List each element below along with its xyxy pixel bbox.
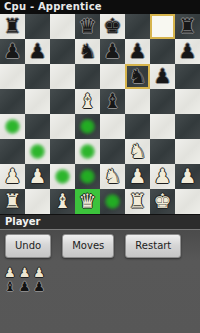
captured-black-bishop-icon: ♝ [4,279,16,294]
square-c4[interactable] [50,114,75,139]
title-bar: Cpu - Apprentice [0,0,200,14]
square-g4[interactable] [150,114,175,139]
square-a6[interactable] [0,64,25,89]
square-e8[interactable]: ♚ [100,14,125,39]
square-g2[interactable]: ♟ [150,164,175,189]
black-pawn-icon[interactable]: ♟ [0,39,25,64]
square-e4[interactable] [100,114,125,139]
square-a1[interactable]: ♜ [0,189,25,214]
square-g8[interactable] [150,14,175,39]
captured-white-pawn-icon: ♟ [4,265,16,280]
square-f5[interactable] [125,89,150,114]
square-g5[interactable] [150,89,175,114]
white-pawn-icon[interactable]: ♟ [150,164,175,189]
square-a2[interactable]: ♟ [0,164,25,189]
square-d2[interactable] [75,164,100,189]
square-e5[interactable]: ♝ [100,89,125,114]
white-rook-icon[interactable]: ♜ [0,189,25,214]
control-panel: Undo Moves Restart ♟♟♟ ♝♟♟ [0,230,200,333]
black-rook-icon[interactable]: ♜ [175,14,200,39]
square-d7[interactable]: ♞ [75,39,100,64]
square-d6[interactable] [75,64,100,89]
square-h6[interactable] [175,64,200,89]
player-label: Player [5,216,40,227]
square-a3[interactable] [0,139,25,164]
square-a5[interactable] [0,89,25,114]
captured-white-pawn-icon: ♟ [33,265,45,280]
square-d5[interactable]: ♝ [75,89,100,114]
captured-white-pieces-tray: ♟♟♟ [4,265,200,279]
white-pawn-icon[interactable]: ♟ [0,164,25,189]
legal-move-dot [54,168,71,185]
square-f6[interactable]: ♞ [125,64,150,89]
square-g1[interactable]: ♚ [150,189,175,214]
square-f7[interactable]: ♟ [125,39,150,64]
legal-move-dot [29,143,46,160]
square-h7[interactable]: ♟ [175,39,200,64]
captured-black-pieces-tray: ♝♟♟ [4,279,200,293]
white-knight-icon[interactable]: ♞ [100,164,125,189]
square-e7[interactable]: ♟ [100,39,125,64]
square-d8[interactable]: ♛ [75,14,100,39]
square-a8[interactable]: ♜ [0,14,25,39]
restart-button[interactable]: Restart [125,234,181,258]
square-c8[interactable] [50,14,75,39]
square-h1[interactable] [175,189,200,214]
square-h3[interactable] [175,139,200,164]
captured-black-pawn-icon: ♟ [19,279,31,294]
square-b1[interactable] [25,189,50,214]
white-king-icon[interactable]: ♚ [150,189,175,214]
square-g7[interactable] [150,39,175,64]
square-c2[interactable] [50,164,75,189]
white-rook-icon[interactable]: ♜ [125,189,150,214]
square-c7[interactable] [50,39,75,64]
square-b4[interactable] [25,114,50,139]
square-f4[interactable] [125,114,150,139]
player-bar: Player [0,215,200,230]
black-pawn-icon[interactable]: ♟ [125,39,150,64]
square-h4[interactable] [175,114,200,139]
square-b5[interactable] [25,89,50,114]
square-e3[interactable] [100,139,125,164]
black-bishop-icon[interactable]: ♝ [100,89,125,114]
square-c1[interactable]: ♝ [50,189,75,214]
square-d1[interactable]: ♛ [75,189,100,214]
black-queen-icon[interactable]: ♛ [75,14,100,39]
square-c3[interactable] [50,139,75,164]
black-pawn-icon[interactable]: ♟ [150,64,175,89]
square-b6[interactable] [25,64,50,89]
button-row: Undo Moves Restart [0,230,200,258]
white-queen-icon[interactable]: ♛ [75,189,100,214]
square-e1[interactable] [100,189,125,214]
undo-button[interactable]: Undo [5,234,51,258]
square-e6[interactable] [100,64,125,89]
square-d4[interactable] [75,114,100,139]
square-e2[interactable]: ♞ [100,164,125,189]
square-a4[interactable] [0,114,25,139]
square-c5[interactable] [50,89,75,114]
black-pawn-icon[interactable]: ♟ [100,39,125,64]
square-d3[interactable] [75,139,100,164]
white-pawn-icon[interactable]: ♟ [125,164,150,189]
square-g3[interactable] [150,139,175,164]
legal-move-dot [79,168,96,185]
white-pawn-icon[interactable]: ♟ [175,164,200,189]
square-f8[interactable] [125,14,150,39]
square-g6[interactable]: ♟ [150,64,175,89]
black-rook-icon[interactable]: ♜ [0,14,25,39]
square-f3[interactable]: ♞ [125,139,150,164]
square-c6[interactable] [50,64,75,89]
square-b2[interactable]: ♟ [25,164,50,189]
square-h8[interactable]: ♜ [175,14,200,39]
square-a7[interactable]: ♟ [0,39,25,64]
square-b3[interactable] [25,139,50,164]
square-b7[interactable]: ♟ [25,39,50,64]
captured-black-pawn-icon: ♟ [33,279,45,294]
moves-button[interactable]: Moves [62,234,114,258]
white-bishop-icon[interactable]: ♝ [75,89,100,114]
black-pawn-icon[interactable]: ♟ [25,39,50,64]
black-knight-icon[interactable]: ♞ [75,39,100,64]
square-b8[interactable] [25,14,50,39]
white-pawn-icon[interactable]: ♟ [25,164,50,189]
black-pawn-icon[interactable]: ♟ [175,39,200,64]
app-title: Cpu - Apprentice [4,1,102,12]
captured-white-pawn-icon: ♟ [19,265,31,280]
legal-move-dot [79,118,96,135]
legal-move-dot [4,118,21,135]
legal-move-dot [104,193,121,210]
white-bishop-icon[interactable]: ♝ [50,189,75,214]
white-knight-icon[interactable]: ♞ [125,139,150,164]
black-knight-icon[interactable]: ♞ [125,64,150,89]
chess-app-window: Cpu - Apprentice ♜♛♚♜♟♟♞♟♟♟♞♟♝♝♞♟♟♞♟♟♟♜♝… [0,0,200,333]
square-h2[interactable]: ♟ [175,164,200,189]
black-king-icon[interactable]: ♚ [100,14,125,39]
chess-board: ♜♛♚♜♟♟♞♟♟♟♞♟♝♝♞♟♟♞♟♟♟♜♝♛♜♚ [0,14,200,215]
square-f1[interactable]: ♜ [125,189,150,214]
square-h5[interactable] [175,89,200,114]
square-f2[interactable]: ♟ [125,164,150,189]
legal-move-dot [79,143,96,160]
